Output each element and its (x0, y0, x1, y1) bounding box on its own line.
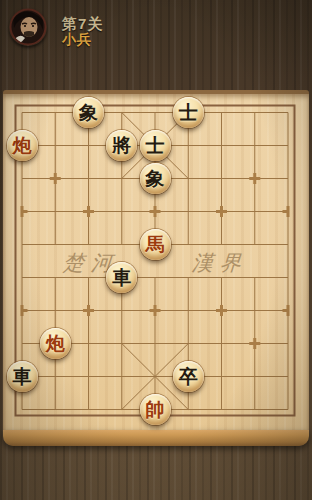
river-label-right: 漢界 (191, 249, 249, 277)
header: 第7关 小兵 (0, 0, 312, 90)
stage-name-label: 小兵 (62, 31, 92, 49)
piece-black-soldier[interactable]: 卒 (173, 361, 204, 392)
piece-red-horse[interactable]: 馬 (140, 229, 171, 260)
piece-glyph: 炮 (46, 328, 65, 359)
piece-black-advisor-2[interactable]: 士 (140, 130, 171, 161)
piece-glyph: 士 (146, 130, 165, 161)
piece-glyph: 將 (112, 130, 131, 161)
piece-black-elephant-2[interactable]: 象 (140, 163, 171, 194)
piece-glyph: 象 (79, 97, 98, 128)
piece-glyph: 士 (179, 97, 198, 128)
piece-glyph: 馬 (146, 229, 165, 260)
piece-red-cannon-1[interactable]: 炮 (7, 130, 38, 161)
player-avatar[interactable] (9, 8, 47, 46)
piece-black-chariot-2[interactable]: 車 (7, 361, 38, 392)
piece-glyph: 帥 (146, 394, 165, 425)
piece-glyph: 車 (13, 361, 32, 392)
piece-glyph: 卒 (179, 361, 198, 392)
piece-glyph: 象 (146, 163, 165, 194)
xiangqi-level-screen: 第7关 小兵 楚河 漢界 象士炮將士象馬車炮車卒帥 (0, 0, 312, 500)
piece-black-elephant-1[interactable]: 象 (73, 97, 104, 128)
piece-glyph: 車 (112, 262, 131, 293)
piece-glyph: 炮 (13, 130, 32, 161)
piece-red-general[interactable]: 帥 (140, 394, 171, 425)
piece-red-cannon-2[interactable]: 炮 (40, 328, 71, 359)
board-bottom-edge (3, 430, 309, 446)
piece-black-advisor-1[interactable]: 士 (173, 97, 204, 128)
